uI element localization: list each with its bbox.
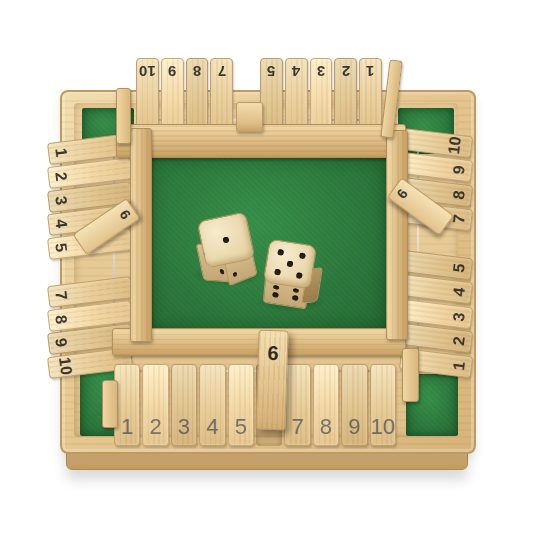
tile-number: 10 (139, 64, 156, 79)
die-pip (272, 292, 278, 297)
tile-number: 3 (52, 195, 69, 206)
corner-post-bottom-right (402, 348, 419, 402)
die-pip (293, 288, 299, 293)
tile-bottom-4[interactable]: 4 (199, 364, 225, 446)
tile-number: 8 (193, 64, 201, 79)
die-pip (277, 249, 284, 256)
tile-number: 2 (52, 171, 69, 182)
tile-number: 1 (366, 64, 374, 79)
tile-number: 10 (371, 416, 395, 438)
die-pip (286, 261, 293, 268)
product-photo-stage: 1098754321 1234578910 1098754321 1234578… (0, 0, 533, 533)
tile-number: 1 (121, 416, 133, 438)
rail-right (386, 130, 408, 340)
tile-bottom-3[interactable]: 3 (171, 364, 197, 446)
die-pip (273, 285, 279, 290)
tile-number: 5 (451, 263, 468, 274)
tile-number: 1 (451, 360, 468, 371)
tile-number: 9 (451, 165, 468, 176)
tile-number: 7 (291, 416, 303, 438)
tile-number: 1 (52, 147, 69, 158)
tile-number: 9 (348, 416, 360, 438)
tile-number: 6 (117, 207, 133, 221)
die-pip (233, 271, 238, 277)
tile-number: 4 (206, 416, 218, 438)
tile-number: 5 (235, 416, 247, 438)
tile-bottom-9[interactable]: 9 (341, 364, 367, 446)
tile-number: 7 (218, 64, 226, 79)
tile-number: 8 (451, 189, 468, 200)
die-pip (220, 269, 225, 274)
tile-number: 5 (267, 64, 275, 79)
tile-number: 2 (149, 416, 161, 438)
tile-number: 9 (52, 337, 69, 348)
tile-bottom-10[interactable]: 10 (370, 364, 396, 446)
die-pip (292, 296, 298, 301)
tile-number: 4 (451, 287, 468, 298)
tile-number: 3 (317, 64, 325, 79)
tile-number: 10 (446, 136, 464, 156)
tile-number: 9 (168, 64, 176, 79)
tile-bottom-6-standing[interactable]: 6 (255, 330, 288, 431)
die-pip (274, 269, 281, 276)
tile-row-bottom: 1234578910 (114, 364, 396, 446)
tile-number: 6 (267, 343, 279, 363)
corner-post-bottom-left (102, 380, 118, 428)
tile-number: 3 (451, 311, 468, 322)
tile-number: 4 (292, 64, 300, 79)
tile-number: 5 (52, 242, 69, 253)
tile-number: 7 (52, 290, 69, 301)
tile-number: 4 (52, 218, 69, 229)
corner-post-top-left (116, 88, 131, 144)
tile-column-right: 1098754321 (400, 132, 472, 374)
die-right[interactable] (260, 242, 322, 308)
tile-number: 8 (52, 314, 69, 325)
tile-number: 8 (320, 416, 332, 438)
tile-number: 2 (451, 336, 468, 347)
tile-bottom-5[interactable]: 5 (228, 364, 254, 446)
tile-number: 10 (56, 356, 74, 376)
tile-number: 6 (394, 186, 410, 201)
die-pip (222, 236, 230, 244)
tile-number: 2 (342, 64, 350, 79)
die-pip (296, 272, 303, 279)
tile-bottom-8[interactable]: 8 (313, 364, 339, 446)
die-right-top-face (263, 239, 317, 290)
rail-left (130, 128, 152, 342)
tile-top-6-flipped-edge[interactable] (236, 102, 263, 132)
die-left-top-face (197, 211, 256, 268)
die-pip (299, 252, 306, 259)
tile-number: 7 (451, 214, 468, 225)
die-left[interactable] (197, 216, 261, 284)
tile-bottom-7[interactable]: 7 (284, 364, 310, 446)
tile-number: 3 (178, 416, 190, 438)
tile-bottom-2[interactable]: 2 (142, 364, 168, 446)
